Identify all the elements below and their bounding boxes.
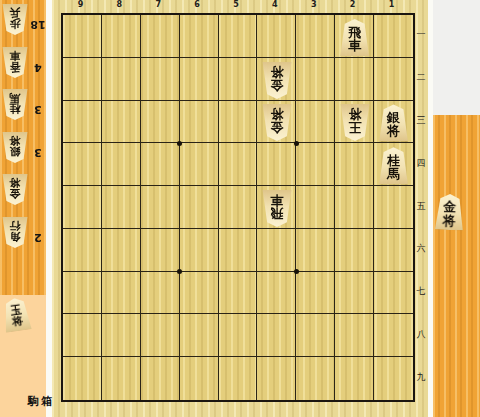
board-cell[interactable]: [63, 186, 102, 229]
board-cell[interactable]: [219, 15, 258, 58]
gote-hand-piece[interactable]: 歩兵: [2, 4, 28, 35]
board-cell[interactable]: [180, 272, 219, 315]
board-cell[interactable]: [257, 357, 296, 400]
board-cell[interactable]: [63, 15, 102, 58]
board-cell[interactable]: [102, 143, 141, 186]
file-label: 4: [269, 0, 281, 9]
board-cell[interactable]: [141, 58, 180, 101]
rank-label: 七: [414, 285, 428, 298]
koma-kanji: 将: [10, 177, 21, 188]
board-cell[interactable]: [180, 101, 219, 144]
file-label: 7: [152, 0, 164, 9]
board-cell[interactable]: [63, 357, 102, 400]
file-label: 3: [308, 0, 320, 9]
koma-kanji: 桂: [10, 103, 21, 114]
koma-kanji: 角: [10, 231, 21, 242]
koma-kanji: 兵: [10, 7, 21, 18]
rank-label: 五: [414, 200, 428, 213]
shogi-board: 飛車金将金将王将銀将桂馬飛車: [61, 13, 415, 402]
shogi-app-window: 歩兵18香車4桂馬3銀将3金将角行2 玉将 駒箱 飛車金将金将王将銀将桂馬飛車 …: [0, 0, 480, 417]
koma-kanji: 将: [270, 65, 283, 78]
board-cell[interactable]: [335, 229, 374, 272]
board-cell[interactable]: [102, 58, 141, 101]
board-cell[interactable]: [180, 143, 219, 186]
board-cell[interactable]: [63, 143, 102, 186]
board-cell[interactable]: [102, 357, 141, 400]
board-cell[interactable]: [374, 186, 413, 229]
board-cell[interactable]: [296, 15, 335, 58]
koma-kanji: 王: [348, 121, 361, 134]
sente-hand-panel: 金将: [433, 115, 480, 417]
board-cell[interactable]: [63, 58, 102, 101]
board-cell[interactable]: [102, 186, 141, 229]
board-cell[interactable]: [63, 101, 102, 144]
koma-kanji: 飛: [270, 207, 283, 220]
board-cell[interactable]: [180, 229, 219, 272]
board-cell[interactable]: [257, 314, 296, 357]
board-cell[interactable]: [102, 101, 141, 144]
star-point: [294, 141, 299, 146]
board-cell[interactable]: [180, 357, 219, 400]
board-cell[interactable]: [102, 229, 141, 272]
koma-kanji: 将: [10, 135, 21, 146]
board-cell[interactable]: [141, 186, 180, 229]
board-cell[interactable]: [219, 314, 258, 357]
koma-kanji: 金: [443, 200, 456, 214]
board-cell[interactable]: [63, 272, 102, 315]
rank-label: 九: [414, 371, 428, 384]
file-label: 9: [74, 0, 86, 9]
board-cell[interactable]: [257, 143, 296, 186]
board-cell[interactable]: [180, 186, 219, 229]
board-cell[interactable]: [335, 143, 374, 186]
gote-hand-piece[interactable]: 金将: [2, 174, 28, 205]
koma-kanji: 金: [10, 188, 21, 199]
koma-kanji: 歩: [10, 18, 21, 29]
koma-kanji: 飛: [348, 26, 361, 39]
board-cell[interactable]: [219, 58, 258, 101]
hand-piece-count: 2: [30, 231, 46, 244]
board-cell[interactable]: [180, 15, 219, 58]
board-cell[interactable]: [374, 58, 413, 101]
koma-kanji: 車: [10, 49, 21, 60]
gote-hand-piece[interactable]: 桂馬: [2, 89, 28, 120]
koma-kanji: 馬: [387, 167, 400, 180]
koma-kanji: 将: [270, 108, 283, 121]
koma-kanji: 将: [11, 315, 23, 328]
koma-kanji: 香: [10, 61, 21, 72]
gote-hand-entry: 金将: [0, 173, 46, 215]
hand-piece-count: 3: [30, 146, 46, 159]
board-cell[interactable]: [141, 272, 180, 315]
board-cell[interactable]: [335, 357, 374, 400]
hand-piece-count: 4: [30, 61, 46, 74]
board-cell[interactable]: [141, 143, 180, 186]
file-label: 8: [113, 0, 125, 9]
board-cell[interactable]: [257, 229, 296, 272]
board-cell[interactable]: [141, 15, 180, 58]
board-cell[interactable]: [374, 314, 413, 357]
koma-kanji: 銀: [387, 111, 400, 124]
board-cell[interactable]: [296, 58, 335, 101]
koma-kanji: 車: [348, 39, 361, 52]
board-cell[interactable]: [102, 15, 141, 58]
empty-corner: [433, 0, 480, 115]
board-cell[interactable]: [296, 314, 335, 357]
board-cell[interactable]: [296, 357, 335, 400]
gote-hand-entry: 香車4: [0, 46, 46, 88]
star-point: [177, 141, 182, 146]
board-cell[interactable]: [219, 101, 258, 144]
gote-hand-panel: 歩兵18香車4桂馬3銀将3金将角行2: [0, 0, 46, 295]
gote-hand-piece[interactable]: 銀将: [2, 132, 28, 163]
piece-box-label: 駒箱: [28, 394, 54, 409]
koma-kanji: 車: [270, 194, 283, 207]
gote-hand-entry: 歩兵18: [0, 3, 46, 45]
koma-kanji: 将: [348, 108, 361, 121]
board-cell[interactable]: [296, 186, 335, 229]
board-cell[interactable]: [180, 58, 219, 101]
file-label: 6: [191, 0, 203, 9]
board-cell[interactable]: [63, 314, 102, 357]
board-cell[interactable]: [219, 143, 258, 186]
rank-label: 二: [414, 71, 428, 84]
koma-kanji: 銀: [10, 146, 21, 157]
board-cell[interactable]: [296, 272, 335, 315]
board-cell[interactable]: [102, 272, 141, 315]
file-label: 2: [347, 0, 359, 9]
koma-kanji: 金: [270, 79, 283, 92]
hand-piece-count: 3: [30, 103, 46, 116]
board-cell[interactable]: [141, 101, 180, 144]
rank-label: 一: [414, 28, 428, 41]
board-cell[interactable]: [141, 229, 180, 272]
board-cell[interactable]: [141, 314, 180, 357]
file-label: 5: [230, 0, 242, 9]
star-point: [294, 269, 299, 274]
koma-kanji: 行: [10, 220, 21, 231]
koma-kanji: 将: [442, 213, 455, 227]
rank-label: 八: [414, 328, 428, 341]
board-cell[interactable]: [219, 186, 258, 229]
gote-hand-piece[interactable]: 角行: [2, 217, 28, 248]
rank-label: 三: [414, 114, 428, 127]
hand-piece-count: 18: [30, 18, 46, 31]
board-cell[interactable]: [219, 272, 258, 315]
board-cell[interactable]: [374, 272, 413, 315]
board-cell[interactable]: [257, 15, 296, 58]
board-cell[interactable]: [374, 15, 413, 58]
koma-kanji: 将: [387, 124, 400, 137]
gote-hand-entry: 角行2: [0, 216, 46, 258]
file-label: 1: [386, 0, 398, 9]
board-cell[interactable]: [63, 229, 102, 272]
board-cell[interactable]: [219, 229, 258, 272]
board-cell[interactable]: [219, 357, 258, 400]
sente-hand-piece[interactable]: 金将: [434, 194, 464, 231]
board-cell[interactable]: [102, 314, 141, 357]
koma-kanji: 桂: [387, 154, 400, 167]
board-cell[interactable]: [257, 272, 296, 315]
koma-kanji: 金: [270, 121, 283, 134]
gote-hand-entry: 銀将3: [0, 131, 46, 173]
board-cell[interactable]: [180, 314, 219, 357]
gote-hand-entry: 桂馬3: [0, 88, 46, 130]
board-cell[interactable]: [335, 314, 374, 357]
board-cell[interactable]: [296, 101, 335, 144]
board-cell[interactable]: [335, 186, 374, 229]
board-cell[interactable]: [335, 58, 374, 101]
board-area: 飛車金将金将王将銀将桂馬飛車 987654321一二三四五六七八九: [52, 0, 428, 417]
gote-hand-piece[interactable]: 香車: [2, 47, 28, 78]
rank-label: 四: [414, 157, 428, 170]
board-cell[interactable]: [296, 143, 335, 186]
board-cell[interactable]: [335, 272, 374, 315]
board-cell[interactable]: [141, 357, 180, 400]
koma-kanji: 馬: [10, 92, 21, 103]
board-cell[interactable]: [374, 357, 413, 400]
piece-box-king[interactable]: 玉将: [1, 296, 32, 332]
rank-label: 六: [414, 242, 428, 255]
board-cell[interactable]: [374, 229, 413, 272]
board-cell[interactable]: [296, 229, 335, 272]
